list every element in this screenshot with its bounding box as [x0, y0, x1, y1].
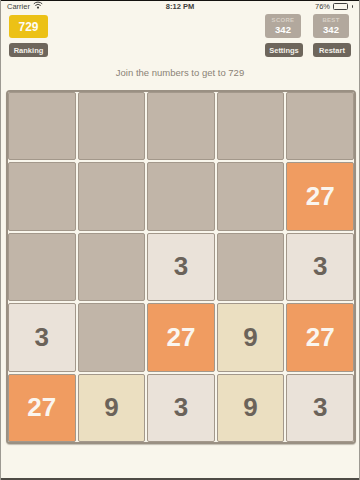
ranking-button[interactable]: Ranking — [9, 43, 48, 57]
tile-27: 27 — [147, 303, 215, 371]
empty-cell — [78, 233, 146, 301]
settings-button[interactable]: Settings — [265, 43, 303, 57]
tile-9: 9 — [217, 303, 285, 371]
instructions-text: Join the numbers to get to 729 — [1, 67, 359, 78]
tile-3: 3 — [147, 233, 215, 301]
tile-27: 27 — [286, 162, 354, 230]
empty-cell — [78, 303, 146, 371]
score-value: 342 — [265, 24, 301, 35]
tile-3: 3 — [8, 303, 76, 371]
best-box: BEST 342 — [313, 14, 349, 38]
empty-cell — [8, 233, 76, 301]
score-label: SCORE — [265, 17, 301, 23]
empty-cell — [78, 92, 146, 160]
tile-9: 9 — [217, 374, 285, 442]
tile-9: 9 — [78, 374, 146, 442]
empty-cell — [8, 162, 76, 230]
empty-cell — [78, 162, 146, 230]
empty-cell — [217, 233, 285, 301]
tile-3: 3 — [286, 233, 354, 301]
screen-top-edge — [1, 0, 359, 1]
goal-badge: 729 — [9, 15, 48, 38]
empty-cell — [217, 162, 285, 230]
tile-27: 27 — [8, 374, 76, 442]
board[interactable]: 2733327927279393 — [6, 90, 356, 444]
clock: 8:12 PM — [1, 2, 359, 11]
empty-cell — [147, 162, 215, 230]
empty-cell — [147, 92, 215, 160]
best-value: 342 — [313, 24, 349, 35]
restart-button[interactable]: Restart — [313, 43, 351, 57]
tile-3: 3 — [147, 374, 215, 442]
empty-cell — [217, 92, 285, 160]
best-label: BEST — [313, 17, 349, 23]
empty-cell — [286, 92, 354, 160]
tile-27: 27 — [286, 303, 354, 371]
status-bar: Carrier 8:12 PM 76% — [1, 1, 359, 11]
tile-3: 3 — [286, 374, 354, 442]
score-box: SCORE 342 — [265, 14, 301, 38]
empty-cell — [8, 92, 76, 160]
